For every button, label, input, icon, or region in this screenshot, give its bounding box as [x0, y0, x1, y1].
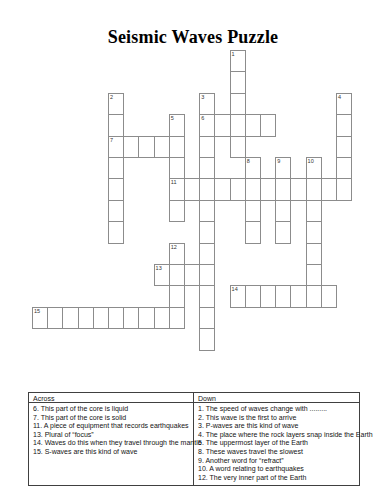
clue-item: 2. This wave is the first to arrive [198, 414, 359, 423]
clue-item: 15. S-waves are this kind of wave [33, 448, 193, 457]
grid-cell[interactable] [93, 307, 109, 329]
grid-cell[interactable] [214, 178, 230, 200]
grid-cell[interactable] [306, 178, 322, 200]
grid-cell[interactable]: 4 [336, 93, 352, 115]
clue-item: 10. A word relating to earthquakes [198, 465, 359, 474]
grid-cell[interactable] [230, 71, 246, 93]
across-clue-list: 6. This part of the core is liquid7. Thi… [29, 403, 194, 485]
clue-item: 3. P-waves are this kind of wave [198, 422, 359, 431]
grid-cell[interactable]: 14 [230, 285, 246, 307]
grid-cell[interactable] [230, 136, 246, 158]
grid-cell[interactable]: 7 [108, 136, 124, 158]
grid-cell[interactable] [199, 221, 215, 243]
grid-cell[interactable] [230, 178, 246, 200]
clue-item: 9. Another word for “refract” [198, 457, 359, 466]
grid-cell[interactable] [260, 178, 276, 200]
clue-item: 5. The uppermost layer of the Earth [198, 439, 359, 448]
grid-cell[interactable] [78, 307, 94, 329]
grid-cell[interactable] [290, 178, 306, 200]
grid-cell[interactable] [260, 114, 276, 136]
clue-item: 8. These waves travel the slowest [198, 448, 359, 457]
grid-cell[interactable] [169, 136, 185, 158]
grid-cell[interactable] [336, 136, 352, 158]
clue-number: 7 [110, 137, 113, 144]
across-header: Across [29, 393, 194, 403]
grid-cell[interactable] [321, 285, 337, 307]
grid-cell[interactable] [199, 264, 215, 286]
grid-cell[interactable]: 1 [230, 50, 246, 72]
clue-number: 11 [171, 179, 177, 186]
grid-cell[interactable] [260, 285, 276, 307]
clue-item: 6. This part of the core is liquid [33, 405, 193, 414]
clue-number: 15 [34, 308, 40, 315]
grid-cell[interactable] [169, 157, 185, 179]
grid-cell[interactable] [199, 285, 215, 307]
grid-cell[interactable] [199, 157, 215, 179]
grid-cell[interactable] [123, 307, 139, 329]
grid-cell[interactable] [169, 264, 185, 286]
grid-cell[interactable] [245, 200, 261, 222]
grid-cell[interactable]: 12 [169, 243, 185, 265]
grid-cell[interactable] [154, 307, 170, 329]
grid-cell[interactable] [123, 136, 139, 158]
clues-body-row: 6. This part of the core is liquid7. Thi… [29, 403, 359, 485]
grid-cell[interactable] [306, 243, 322, 265]
grid-cell[interactable] [275, 178, 291, 200]
grid-cell[interactable] [199, 243, 215, 265]
grid-cell[interactable]: 8 [245, 157, 261, 179]
grid-cell[interactable]: 15 [32, 307, 48, 329]
grid-cell[interactable] [336, 178, 352, 200]
grid-cell[interactable]: 5 [169, 114, 185, 136]
clue-item: 14. Waves do this when they travel throu… [33, 439, 193, 448]
grid-cell[interactable] [290, 285, 306, 307]
clue-item: 4. The place where the rock layers snap … [198, 431, 359, 440]
grid-cell[interactable] [108, 178, 124, 200]
grid-cell[interactable] [138, 307, 154, 329]
grid-cell[interactable] [275, 285, 291, 307]
grid-cell[interactable] [108, 221, 124, 243]
grid-cell[interactable] [230, 93, 246, 115]
grid-cell[interactable] [169, 200, 185, 222]
grid-cell[interactable] [62, 307, 78, 329]
grid-cell[interactable] [275, 221, 291, 243]
grid-cell[interactable]: 3 [199, 93, 215, 115]
grid-cell[interactable] [306, 264, 322, 286]
grid-cell[interactable] [138, 136, 154, 158]
grid-cell[interactable] [336, 114, 352, 136]
clue-number: 5 [171, 115, 174, 122]
grid-cell[interactable]: 2 [108, 93, 124, 115]
grid-cell[interactable] [199, 307, 215, 329]
grid-cell[interactable]: 10 [306, 157, 322, 179]
grid-cell[interactable] [321, 178, 337, 200]
clue-item: 12. The very inner part of the Earth [198, 474, 359, 483]
grid-cell[interactable] [245, 285, 261, 307]
clue-number: 4 [338, 94, 341, 101]
clue-number: 6 [201, 115, 204, 122]
clue-item: 7. This part of the core is solid [33, 414, 193, 423]
grid-cell[interactable] [199, 178, 215, 200]
grid-cell[interactable] [306, 221, 322, 243]
clue-item: 11. A piece of equipment that records ea… [33, 422, 193, 431]
clue-number: 14 [232, 286, 238, 293]
grid-cell[interactable] [306, 285, 322, 307]
grid-cell[interactable] [108, 114, 124, 136]
crossword-grid: 123456789101112131415 [32, 50, 352, 350]
grid-cell[interactable] [245, 221, 261, 243]
grid-cell[interactable]: 9 [275, 157, 291, 179]
clue-number: 12 [171, 244, 177, 251]
down-clue-list: 1. The speed of waves change with ......… [194, 403, 359, 485]
grid-cell[interactable]: 11 [169, 178, 185, 200]
grid-cell[interactable] [108, 307, 124, 329]
grid-cell[interactable] [245, 178, 261, 200]
page-title: Seismic Waves Puzzle [0, 27, 386, 48]
grid-cell[interactable] [230, 114, 246, 136]
clue-number: 9 [277, 158, 280, 165]
grid-cell[interactable] [169, 307, 185, 329]
grid-cell[interactable] [108, 200, 124, 222]
grid-cell[interactable]: 13 [154, 264, 170, 286]
grid-cell[interactable] [199, 200, 215, 222]
clue-item: 13. Plural of “focus” [33, 431, 193, 440]
grid-cell[interactable] [245, 114, 261, 136]
grid-cell[interactable] [214, 114, 230, 136]
grid-cell[interactable] [336, 157, 352, 179]
grid-cell[interactable] [199, 328, 215, 350]
clues-table: Across Down 6. This part of the core is … [28, 392, 360, 486]
clue-number: 3 [201, 94, 204, 101]
clue-number: 1 [232, 51, 235, 58]
grid-cell[interactable] [154, 136, 170, 158]
down-header: Down [194, 393, 359, 403]
grid-cell[interactable] [184, 178, 200, 200]
clue-number: 8 [247, 158, 250, 165]
clue-item: 1. The speed of waves change with ......… [198, 405, 359, 414]
clue-number: 2 [110, 94, 113, 101]
grid-cell[interactable]: 6 [199, 114, 215, 136]
grid-cell[interactable] [184, 264, 200, 286]
clue-number: 10 [308, 158, 314, 165]
clues-header-row: Across Down [29, 393, 359, 403]
clue-number: 13 [156, 265, 162, 272]
grid-cell[interactable] [199, 136, 215, 158]
grid-cell[interactable] [169, 285, 185, 307]
grid-cell[interactable] [275, 200, 291, 222]
grid-cell[interactable] [306, 200, 322, 222]
grid-cell[interactable] [108, 157, 124, 179]
grid-cell[interactable] [47, 307, 63, 329]
